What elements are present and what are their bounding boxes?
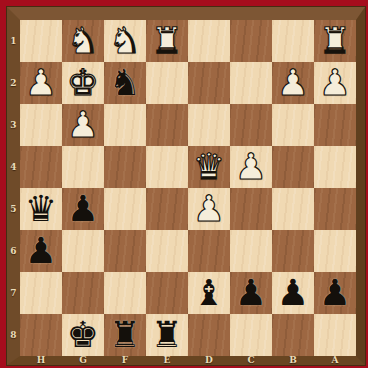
square-f5[interactable] [104, 188, 146, 230]
square-h5[interactable]: ♛ [20, 188, 62, 230]
square-g4[interactable] [62, 146, 104, 188]
file-label-h: H [20, 354, 62, 366]
square-a4[interactable] [314, 146, 356, 188]
rank-label-5: 5 [7, 188, 20, 230]
piece-black-king[interactable]: ♚ [67, 314, 99, 356]
file-label-f: F [104, 354, 146, 366]
piece-black-queen[interactable]: ♛ [25, 188, 57, 230]
piece-black-rook[interactable]: ♜ [151, 314, 183, 356]
square-f1[interactable]: ♞ [104, 20, 146, 62]
square-e4[interactable] [146, 146, 188, 188]
square-b2[interactable]: ♟ [272, 62, 314, 104]
square-e6[interactable] [146, 230, 188, 272]
square-d5[interactable]: ♟ [188, 188, 230, 230]
square-e7[interactable] [146, 272, 188, 314]
piece-black-pawn[interactable]: ♟ [67, 188, 99, 230]
file-label-b: B [272, 354, 314, 366]
piece-black-rook[interactable]: ♜ [109, 314, 141, 356]
piece-white-pawn[interactable]: ♟ [25, 62, 57, 104]
rank-label-8: 8 [7, 314, 20, 356]
piece-white-pawn[interactable]: ♟ [193, 188, 225, 230]
piece-black-pawn[interactable]: ♟ [277, 272, 309, 314]
piece-white-pawn[interactable]: ♟ [319, 62, 351, 104]
file-label-e: E [146, 354, 188, 366]
square-g1[interactable]: ♞ [62, 20, 104, 62]
square-h2[interactable]: ♟ [20, 62, 62, 104]
square-g2[interactable]: ♚ [62, 62, 104, 104]
square-e2[interactable] [146, 62, 188, 104]
square-d4[interactable]: ♛ [188, 146, 230, 188]
square-e8[interactable]: ♜ [146, 314, 188, 356]
piece-white-rook[interactable]: ♜ [151, 20, 183, 62]
piece-white-knight[interactable]: ♞ [67, 20, 99, 62]
square-g6[interactable] [62, 230, 104, 272]
square-d3[interactable] [188, 104, 230, 146]
square-a3[interactable] [314, 104, 356, 146]
file-label-g: G [62, 354, 104, 366]
square-c1[interactable] [230, 20, 272, 62]
square-b6[interactable] [272, 230, 314, 272]
piece-white-pawn[interactable]: ♟ [235, 146, 267, 188]
square-e1[interactable]: ♜ [146, 20, 188, 62]
square-c8[interactable] [230, 314, 272, 356]
rank-label-4: 4 [7, 146, 20, 188]
square-h6[interactable]: ♟ [20, 230, 62, 272]
chess-app: ♞♞♜♜♟♚♞♟♟♟♛♟♛♟♟♟♝♟♟♟♚♜♜ 12345678 HGFEDCB… [0, 0, 368, 368]
square-a6[interactable] [314, 230, 356, 272]
piece-white-pawn[interactable]: ♟ [67, 104, 99, 146]
square-e5[interactable] [146, 188, 188, 230]
rank-label-1: 1 [7, 20, 20, 62]
square-h8[interactable] [20, 314, 62, 356]
piece-black-pawn[interactable]: ♟ [235, 272, 267, 314]
square-c3[interactable] [230, 104, 272, 146]
chess-board[interactable]: ♞♞♜♜♟♚♞♟♟♟♛♟♛♟♟♟♝♟♟♟♚♜♜ [20, 20, 356, 356]
square-b7[interactable]: ♟ [272, 272, 314, 314]
square-f8[interactable]: ♜ [104, 314, 146, 356]
square-h7[interactable] [20, 272, 62, 314]
square-f4[interactable] [104, 146, 146, 188]
rank-label-2: 2 [7, 62, 20, 104]
piece-black-pawn[interactable]: ♟ [25, 230, 57, 272]
square-b5[interactable] [272, 188, 314, 230]
rank-label-3: 3 [7, 104, 20, 146]
piece-black-knight[interactable]: ♞ [109, 62, 141, 104]
file-label-a: A [314, 354, 356, 366]
square-g3[interactable]: ♟ [62, 104, 104, 146]
square-h3[interactable] [20, 104, 62, 146]
square-a2[interactable]: ♟ [314, 62, 356, 104]
square-b3[interactable] [272, 104, 314, 146]
square-d1[interactable] [188, 20, 230, 62]
square-f7[interactable] [104, 272, 146, 314]
square-b8[interactable] [272, 314, 314, 356]
square-c2[interactable] [230, 62, 272, 104]
square-c4[interactable]: ♟ [230, 146, 272, 188]
square-c6[interactable] [230, 230, 272, 272]
rank-label-7: 7 [7, 272, 20, 314]
square-e3[interactable] [146, 104, 188, 146]
square-a7[interactable]: ♟ [314, 272, 356, 314]
square-c5[interactable] [230, 188, 272, 230]
square-f6[interactable] [104, 230, 146, 272]
square-g5[interactable]: ♟ [62, 188, 104, 230]
piece-black-pawn[interactable]: ♟ [319, 272, 351, 314]
square-d7[interactable]: ♝ [188, 272, 230, 314]
square-c7[interactable]: ♟ [230, 272, 272, 314]
square-b1[interactable] [272, 20, 314, 62]
piece-white-queen[interactable]: ♛ [193, 146, 225, 188]
piece-white-rook[interactable]: ♜ [319, 20, 351, 62]
file-label-d: D [188, 354, 230, 366]
square-b4[interactable] [272, 146, 314, 188]
square-d8[interactable] [188, 314, 230, 356]
square-h4[interactable] [20, 146, 62, 188]
square-f3[interactable] [104, 104, 146, 146]
square-g8[interactable]: ♚ [62, 314, 104, 356]
square-g7[interactable] [62, 272, 104, 314]
square-a8[interactable] [314, 314, 356, 356]
file-label-c: C [230, 354, 272, 366]
square-d2[interactable] [188, 62, 230, 104]
square-h1[interactable] [20, 20, 62, 62]
piece-white-king[interactable]: ♚ [67, 62, 99, 104]
piece-black-bishop[interactable]: ♝ [193, 272, 225, 314]
rank-label-6: 6 [7, 230, 20, 272]
piece-white-knight[interactable]: ♞ [109, 20, 141, 62]
board-frame: ♞♞♜♜♟♚♞♟♟♟♛♟♛♟♟♟♝♟♟♟♚♜♜ [7, 7, 365, 365]
square-a1[interactable]: ♜ [314, 20, 356, 62]
square-a5[interactable] [314, 188, 356, 230]
square-f2[interactable]: ♞ [104, 62, 146, 104]
square-d6[interactable] [188, 230, 230, 272]
piece-white-pawn[interactable]: ♟ [277, 62, 309, 104]
